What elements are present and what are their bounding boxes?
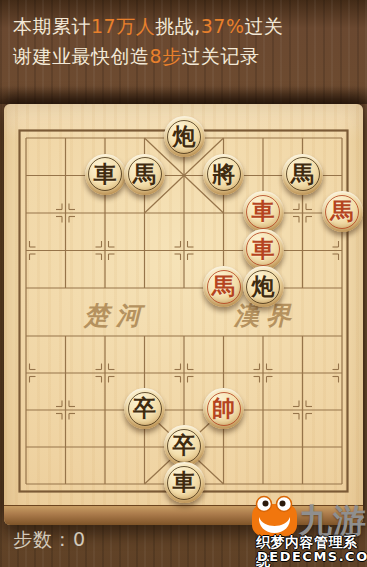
stats-percent: 37%: [201, 15, 245, 37]
pieces-layer: 炮車馬將馬車馬車馬炮卒帥卒車: [4, 104, 363, 525]
piece-red-general[interactable]: 帥: [203, 388, 244, 429]
piece-black-soldier[interactable]: 卒: [164, 425, 205, 466]
app-screen: 本期累计17万人挑战,37%过关 谢建业最快创造8步过关记录 楚河 漢界 炮車馬…: [0, 0, 367, 567]
piece-glyph: 車: [252, 237, 275, 260]
record-text: 谢建业最快创造: [13, 45, 150, 67]
piece-glyph: 炮: [252, 274, 275, 297]
record-text: 过关记录: [182, 45, 260, 67]
piece-glyph: 馬: [133, 162, 156, 185]
stats-text: 过关: [244, 15, 283, 37]
challenge-header: 本期累计17万人挑战,37%过关 谢建业最快创造8步过关记录: [13, 11, 283, 71]
piece-glyph: 帥: [212, 396, 235, 419]
stats-text: 挑战,: [155, 15, 201, 37]
piece-glyph: 馬: [291, 162, 314, 185]
piece-glyph: 卒: [133, 396, 156, 419]
watermark-caption: 织梦内容管理系统: [256, 534, 367, 567]
challenge-stats-line: 本期累计17万人挑战,37%过关: [13, 11, 283, 41]
steps-value: 0: [73, 528, 86, 550]
record-steps: 8步: [150, 45, 182, 67]
stats-text: 本期累计: [13, 15, 91, 37]
piece-glyph: 車: [173, 470, 196, 493]
piece-glyph: 車: [94, 162, 117, 185]
piece-red-chariot[interactable]: 車: [243, 229, 284, 270]
xiangqi-board[interactable]: 楚河 漢界 炮車馬將馬車馬車馬炮卒帥卒車: [4, 104, 363, 525]
piece-black-horse[interactable]: 馬: [124, 154, 165, 195]
piece-glyph: 將: [212, 162, 235, 185]
stats-count: 17万人: [91, 15, 155, 37]
steps-label: 步数：: [13, 528, 73, 550]
status-bar: 步数：0: [13, 527, 86, 553]
piece-black-chariot[interactable]: 車: [85, 154, 126, 195]
piece-black-horse[interactable]: 馬: [282, 154, 323, 195]
piece-black-soldier[interactable]: 卒: [124, 388, 165, 429]
piece-red-chariot[interactable]: 車: [243, 191, 284, 232]
piece-glyph: 炮: [173, 124, 196, 147]
piece-glyph: 馬: [331, 199, 354, 222]
piece-glyph: 馬: [212, 274, 235, 297]
piece-red-horse[interactable]: 馬: [322, 191, 363, 232]
piece-glyph: 車: [252, 199, 275, 222]
plank-shadow: [0, 86, 367, 104]
piece-red-horse[interactable]: 馬: [203, 266, 244, 307]
piece-glyph: 卒: [173, 433, 196, 456]
record-line: 谢建业最快创造8步过关记录: [13, 41, 283, 71]
piece-black-cannon[interactable]: 炮: [243, 266, 284, 307]
watermark-domain: DEDECMS.COM: [257, 549, 367, 564]
piece-black-general[interactable]: 將: [203, 154, 244, 195]
piece-black-chariot[interactable]: 車: [164, 462, 205, 503]
piece-black-cannon[interactable]: 炮: [164, 116, 205, 157]
